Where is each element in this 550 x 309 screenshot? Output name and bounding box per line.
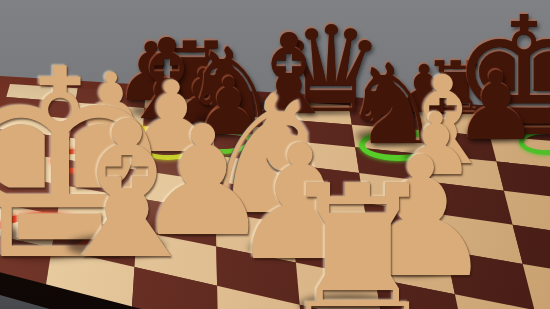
chess-3d-scene: ♟♛♜♝♜♟♝♟♞♟♚♟♟♞♟♝♟♞♟♚♝♟♟♜ <box>0 0 550 309</box>
piece-white-bishop-c2[interactable]: ♝ <box>42 97 211 286</box>
piece-white-rook-e1[interactable]: ♜ <box>276 161 440 309</box>
chess-pieces: ♟♛♜♝♜♟♝♟♞♟♚♟♟♞♟♝♟♞♟♚♝♟♟♜ <box>0 0 550 309</box>
